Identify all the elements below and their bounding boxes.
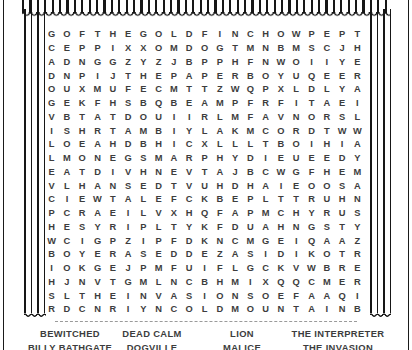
grid-cell[interactable]: R [258,97,273,111]
grid-cell[interactable]: I [166,124,181,138]
grid-cell[interactable]: O [151,42,166,56]
grid-cell[interactable]: C [75,303,90,317]
grid-cell[interactable]: E [273,152,288,166]
grid-cell[interactable]: H [44,276,59,290]
grid-cell[interactable]: D [212,303,227,317]
grid-cell[interactable]: L [243,138,258,152]
grid-cell[interactable]: T [105,276,120,290]
grid-cell[interactable]: N [151,303,166,317]
grid-cell[interactable]: M [243,124,258,138]
grid-cell[interactable]: T [75,166,90,180]
grid-cell[interactable]: T [304,97,319,111]
grid-cell[interactable]: B [243,166,258,180]
grid-cell[interactable]: L [258,193,273,207]
grid-cell[interactable]: V [120,166,135,180]
grid-cell[interactable]: I [197,289,212,303]
grid-cell[interactable]: X [197,138,212,152]
grid-cell[interactable]: T [166,179,181,193]
grid-cell[interactable]: H [75,179,90,193]
grid-cell[interactable]: M [166,83,181,97]
grid-cell[interactable]: H [289,207,304,221]
grid-cell[interactable]: C [304,276,319,290]
grid-cell[interactable]: T [166,221,181,235]
grid-cell[interactable]: W [304,262,319,276]
grid-cell[interactable]: H [350,42,365,56]
grid-cell[interactable]: R [227,69,242,83]
grid-cell[interactable]: L [212,111,227,125]
grid-cell[interactable]: O [258,289,273,303]
grid-cell[interactable]: K [197,193,212,207]
grid-cell[interactable]: H [75,124,90,138]
grid-cell[interactable]: X [273,83,288,97]
grid-cell[interactable]: O [212,289,227,303]
grid-cell[interactable]: L [151,276,166,290]
grid-cell[interactable]: N [151,166,166,180]
grid-cell[interactable]: H [334,193,349,207]
grid-cell[interactable]: U [289,152,304,166]
grid-cell[interactable]: U [59,83,74,97]
grid-cell[interactable]: O [44,83,59,97]
grid-cell[interactable]: G [212,42,227,56]
grid-cell[interactable]: F [90,97,105,111]
grid-cell[interactable]: W [289,28,304,42]
grid-cell[interactable]: I [44,262,59,276]
grid-cell[interactable]: I [90,69,105,83]
grid-cell[interactable]: L [197,303,212,317]
grid-cell[interactable]: B [350,303,365,317]
grid-cell[interactable]: A [212,124,227,138]
grid-cell[interactable]: T [289,193,304,207]
grid-cell[interactable]: F [243,56,258,70]
grid-cell[interactable]: V [182,166,197,180]
grid-cell[interactable]: O [289,56,304,70]
grid-cell[interactable]: L [350,111,365,125]
grid-cell[interactable]: P [212,56,227,70]
grid-cell[interactable]: P [197,152,212,166]
grid-cell[interactable]: E [136,83,151,97]
grid-cell[interactable]: F [212,207,227,221]
grid-cell[interactable]: E [197,248,212,262]
grid-cell[interactable]: Y [75,248,90,262]
grid-cell[interactable]: E [350,262,365,276]
grid-cell[interactable]: J [105,69,120,83]
grid-cell[interactable]: Z [120,56,135,70]
grid-cell[interactable]: G [120,152,135,166]
grid-cell[interactable]: A [90,111,105,125]
grid-cell[interactable]: A [166,152,181,166]
grid-cell[interactable]: F [120,83,135,97]
grid-cell[interactable]: H [258,28,273,42]
grid-cell[interactable]: T [120,69,135,83]
grid-cell[interactable]: Y [334,56,349,70]
grid-cell[interactable]: X [258,276,273,290]
grid-cell[interactable]: E [334,276,349,290]
grid-cell[interactable]: I [105,166,120,180]
grid-cell[interactable]: E [59,42,74,56]
grid-cell[interactable]: I [289,248,304,262]
grid-cell[interactable]: B [212,193,227,207]
grid-cell[interactable]: Q [197,207,212,221]
grid-cell[interactable]: I [289,234,304,248]
grid-cell[interactable]: D [120,111,135,125]
grid-cell[interactable]: I [120,221,135,235]
grid-cell[interactable]: I [182,111,197,125]
grid-cell[interactable]: F [197,28,212,42]
grid-cell[interactable]: N [289,221,304,235]
grid-cell[interactable]: M [166,42,181,56]
grid-cell[interactable]: O [182,303,197,317]
grid-cell[interactable]: J [334,42,349,56]
grid-cell[interactable]: G [105,56,120,70]
grid-cell[interactable]: Y [334,83,349,97]
grid-cell[interactable]: N [90,303,105,317]
grid-cell[interactable]: W [90,193,105,207]
grid-cell[interactable]: Q [243,83,258,97]
grid-cell[interactable]: S [334,111,349,125]
grid-cell[interactable]: B [182,56,197,70]
grid-cell[interactable]: D [182,28,197,42]
grid-cell[interactable]: Y [182,221,197,235]
grid-cell[interactable]: R [75,207,90,221]
grid-cell[interactable]: D [273,248,288,262]
grid-cell[interactable]: D [44,69,59,83]
grid-cell[interactable]: D [227,179,242,193]
grid-cell[interactable]: T [289,303,304,317]
grid-cell[interactable]: E [273,234,288,248]
grid-cell[interactable]: P [105,234,120,248]
grid-cell[interactable]: S [243,248,258,262]
grid-cell[interactable]: F [289,289,304,303]
grid-cell[interactable]: I [273,179,288,193]
grid-cell[interactable]: G [44,28,59,42]
grid-cell[interactable]: E [105,207,120,221]
grid-cell[interactable]: N [227,289,242,303]
grid-cell[interactable]: H [136,69,151,83]
grid-cell[interactable]: D [90,166,105,180]
grid-cell[interactable]: H [212,276,227,290]
grid-cell[interactable]: Y [136,303,151,317]
grid-cell[interactable]: A [350,83,365,97]
grid-cell[interactable]: N [227,28,242,42]
grid-cell[interactable]: Y [136,56,151,70]
grid-cell[interactable]: U [319,193,334,207]
grid-cell[interactable]: T [227,42,242,56]
grid-cell[interactable]: I [120,207,135,221]
grid-cell[interactable]: P [90,42,105,56]
grid-cell[interactable]: I [105,42,120,56]
grid-cell[interactable]: C [182,276,197,290]
grid-cell[interactable]: O [59,28,74,42]
grid-cell[interactable]: T [105,124,120,138]
grid-cell[interactable]: Q [289,276,304,290]
grid-cell[interactable]: T [334,221,349,235]
grid-cell[interactable]: F [273,97,288,111]
grid-cell[interactable]: I [44,124,59,138]
grid-cell[interactable]: L [59,179,74,193]
grid-cell[interactable]: Q [273,276,288,290]
grid-cell[interactable]: O [59,248,74,262]
grid-cell[interactable]: H [44,221,59,235]
grid-cell[interactable]: J [227,166,242,180]
grid-cell[interactable]: O [304,111,319,125]
grid-cell[interactable]: A [182,69,197,83]
grid-cell[interactable]: M [136,124,151,138]
grid-cell[interactable]: E [227,193,242,207]
grid-cell[interactable]: Y [304,207,319,221]
grid-cell[interactable]: E [182,97,197,111]
grid-cell[interactable]: I [120,289,135,303]
grid-cell[interactable]: P [44,207,59,221]
grid-cell[interactable]: I [319,56,334,70]
grid-cell[interactable]: S [44,289,59,303]
grid-cell[interactable]: A [59,166,74,180]
grid-cell[interactable]: S [304,42,319,56]
grid-cell[interactable]: H [136,166,151,180]
grid-cell[interactable]: U [289,69,304,83]
grid-cell[interactable]: L [136,207,151,221]
grid-cell[interactable]: U [334,207,349,221]
grid-cell[interactable]: R [182,152,197,166]
grid-cell[interactable]: T [197,83,212,97]
grid-cell[interactable]: P [75,42,90,56]
grid-cell[interactable]: B [136,97,151,111]
grid-cell[interactable]: A [120,193,135,207]
grid-cell[interactable]: D [182,42,197,56]
grid-cell[interactable]: E [334,69,349,83]
grid-cell[interactable]: S [120,179,135,193]
grid-cell[interactable]: O [197,42,212,56]
grid-cell[interactable]: P [166,69,181,83]
grid-cell[interactable]: M [136,276,151,290]
grid-cell[interactable]: L [44,152,59,166]
grid-cell[interactable]: I [319,303,334,317]
grid-cell[interactable]: R [319,207,334,221]
grid-cell[interactable]: C [182,138,197,152]
grid-cell[interactable]: V [289,262,304,276]
grid-cell[interactable]: U [258,303,273,317]
grid-cell[interactable]: J [120,262,135,276]
grid-cell[interactable]: E [304,152,319,166]
grid-cell[interactable]: H [227,56,242,70]
grid-cell[interactable]: S [350,207,365,221]
grid-cell[interactable]: I [212,28,227,42]
grid-cell[interactable]: T [319,124,334,138]
grid-cell[interactable]: P [197,56,212,70]
grid-cell[interactable]: I [197,262,212,276]
grid-cell[interactable]: F [166,234,181,248]
grid-cell[interactable]: L [197,124,212,138]
grid-cell[interactable]: K [227,124,242,138]
grid-cell[interactable]: N [75,56,90,70]
grid-cell[interactable]: O [59,262,74,276]
grid-cell[interactable]: D [182,248,197,262]
grid-cell[interactable]: N [166,276,181,290]
grid-cell[interactable]: N [59,69,74,83]
grid-cell[interactable]: R [319,111,334,125]
grid-cell[interactable]: T [105,111,120,125]
grid-cell[interactable]: E [75,138,90,152]
grid-cell[interactable]: N [212,234,227,248]
grid-cell[interactable]: V [44,111,59,125]
grid-cell[interactable]: D [304,124,319,138]
grid-cell[interactable]: F [166,193,181,207]
grid-cell[interactable]: I [350,97,365,111]
grid-cell[interactable]: X [120,42,135,56]
grid-cell[interactable]: F [212,221,227,235]
grid-cell[interactable]: N [90,152,105,166]
grid-cell[interactable]: E [273,289,288,303]
grid-cell[interactable]: C [44,42,59,56]
grid-cell[interactable]: H [212,179,227,193]
grid-cell[interactable]: A [44,56,59,70]
grid-cell[interactable]: A [166,289,181,303]
grid-cell[interactable]: W [273,166,288,180]
grid-cell[interactable]: Q [304,234,319,248]
grid-cell[interactable]: E [166,166,181,180]
grid-cell[interactable]: E [319,152,334,166]
grid-cell[interactable]: P [197,69,212,83]
grid-cell[interactable]: W [334,124,349,138]
grid-cell[interactable]: M [243,234,258,248]
grid-cell[interactable]: B [59,111,74,125]
grid-cell[interactable]: R [350,276,365,290]
grid-cell[interactable]: D [59,303,74,317]
grid-cell[interactable]: K [273,262,288,276]
grid-cell[interactable]: A [258,179,273,193]
grid-cell[interactable]: I [59,193,74,207]
grid-cell[interactable]: K [304,248,319,262]
grid-cell[interactable]: A [304,289,319,303]
grid-cell[interactable]: E [105,262,120,276]
grid-cell[interactable]: T [273,193,288,207]
grid-cell[interactable]: D [243,152,258,166]
grid-cell[interactable]: E [319,69,334,83]
grid-cell[interactable]: D [334,152,349,166]
grid-cell[interactable]: F [243,111,258,125]
grid-cell[interactable]: I [75,234,90,248]
grid-cell[interactable]: L [319,83,334,97]
grid-cell[interactable]: S [75,221,90,235]
grid-cell[interactable]: S [59,124,74,138]
grid-cell[interactable]: M [151,152,166,166]
grid-cell[interactable]: J [59,276,74,290]
grid-cell[interactable]: M [90,83,105,97]
grid-cell[interactable]: M [243,42,258,56]
grid-cell[interactable]: R [197,111,212,125]
grid-cell[interactable]: G [90,56,105,70]
grid-cell[interactable]: P [243,193,258,207]
grid-cell[interactable]: L [212,138,227,152]
grid-cell[interactable]: G [120,276,135,290]
grid-cell[interactable]: D [182,234,197,248]
grid-cell[interactable]: V [273,111,288,125]
grid-cell[interactable]: P [136,221,151,235]
grid-cell[interactable]: M [227,303,242,317]
grid-cell[interactable]: C [227,234,242,248]
grid-cell[interactable]: N [105,179,120,193]
grid-cell[interactable]: S [136,248,151,262]
grid-cell[interactable]: R [289,124,304,138]
grid-cell[interactable]: O [258,69,273,83]
grid-cell[interactable]: E [136,179,151,193]
grid-cell[interactable]: I [350,289,365,303]
grid-cell[interactable]: M [227,276,242,290]
grid-cell[interactable]: B [44,248,59,262]
grid-cell[interactable]: X [166,207,181,221]
grid-cell[interactable]: N [75,276,90,290]
grid-cell[interactable]: A [90,138,105,152]
grid-cell[interactable]: B [243,69,258,83]
grid-cell[interactable]: H [105,28,120,42]
grid-cell[interactable]: P [151,234,166,248]
grid-cell[interactable]: B [197,276,212,290]
grid-cell[interactable]: H [319,166,334,180]
grid-cell[interactable]: I [334,138,349,152]
grid-cell[interactable]: D [166,248,181,262]
grid-cell[interactable]: A [90,179,105,193]
grid-cell[interactable]: A [120,124,135,138]
grid-cell[interactable]: C [258,124,273,138]
grid-cell[interactable]: U [105,83,120,97]
grid-cell[interactable]: E [212,69,227,83]
grid-cell[interactable]: N [350,193,365,207]
grid-cell[interactable]: X [75,83,90,97]
grid-cell[interactable]: I [136,234,151,248]
grid-cell[interactable]: C [151,83,166,97]
grid-cell[interactable]: A [212,166,227,180]
grid-cell[interactable]: D [304,83,319,97]
grid-cell[interactable]: M [258,207,273,221]
grid-cell[interactable]: G [304,221,319,235]
grid-cell[interactable]: M [151,262,166,276]
grid-cell[interactable]: R [350,69,365,83]
grid-cell[interactable]: O [289,138,304,152]
grid-cell[interactable]: E [151,193,166,207]
grid-cell[interactable]: K [197,221,212,235]
grid-cell[interactable]: A [90,207,105,221]
grid-cell[interactable]: B [319,262,334,276]
grid-cell[interactable]: L [289,83,304,97]
grid-cell[interactable]: K [197,234,212,248]
grid-cell[interactable]: M [59,152,74,166]
grid-cell[interactable]: B [166,97,181,111]
grid-cell[interactable]: V [151,289,166,303]
grid-cell[interactable]: N [258,56,273,70]
grid-cell[interactable]: M [289,42,304,56]
grid-cell[interactable]: A [350,179,365,193]
grid-cell[interactable]: I [243,276,258,290]
grid-cell[interactable]: O [136,111,151,125]
grid-cell[interactable]: A [120,248,135,262]
grid-cell[interactable]: U [197,179,212,193]
grid-cell[interactable]: T [350,28,365,42]
grid-cell[interactable]: B [273,42,288,56]
grid-cell[interactable]: O [319,179,334,193]
grid-cell[interactable]: E [59,97,74,111]
grid-cell[interactable]: A [334,234,349,248]
grid-cell[interactable]: Z [151,56,166,70]
grid-cell[interactable]: A [319,97,334,111]
grid-cell[interactable]: A [304,303,319,317]
grid-cell[interactable]: N [136,289,151,303]
grid-cell[interactable]: N [258,42,273,56]
grid-cell[interactable]: P [136,262,151,276]
grid-cell[interactable]: I [120,303,135,317]
grid-cell[interactable]: M [212,97,227,111]
grid-cell[interactable]: O [319,248,334,262]
grid-cell[interactable]: R [105,221,120,235]
grid-cell[interactable]: I [166,138,181,152]
